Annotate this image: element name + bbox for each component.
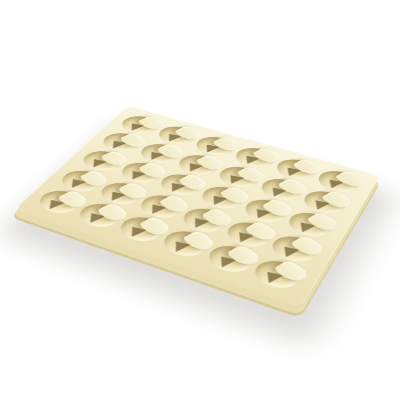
mold-tray xyxy=(15,106,381,308)
photo-background xyxy=(0,0,400,400)
